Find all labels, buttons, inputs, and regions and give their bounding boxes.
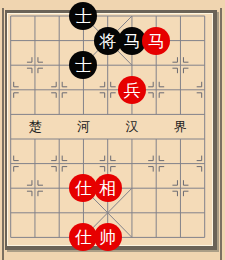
red-帅-piece[interactable]: 帅 <box>96 225 120 250</box>
piece-disc[interactable]: 士 <box>69 51 97 79</box>
piece-disc[interactable]: 士 <box>69 2 97 30</box>
piece-disc[interactable]: 相 <box>94 174 122 202</box>
piece-disc[interactable]: 帅 <box>94 223 122 251</box>
xiangqi-board-screenshot: 楚 河 汉 界 士将马马士兵仕相仕帅 <box>0 0 225 260</box>
piece-disc[interactable]: 兵 <box>118 76 146 104</box>
black-士-piece[interactable]: 士 <box>71 53 95 78</box>
red-仕-piece[interactable]: 仕 <box>71 225 95 250</box>
black-马-piece[interactable]: 马 <box>120 28 144 53</box>
black-将-piece[interactable]: 将 <box>96 28 120 53</box>
red-马-piece[interactable]: 马 <box>144 28 168 53</box>
red-相-piece[interactable]: 相 <box>96 176 120 201</box>
red-兵-piece[interactable]: 兵 <box>120 77 144 102</box>
piece-disc[interactable]: 马 <box>142 27 170 55</box>
red-仕-piece[interactable]: 仕 <box>71 176 95 201</box>
window-edge-right <box>220 8 222 260</box>
black-士-piece[interactable]: 士 <box>71 4 95 29</box>
pieces-layer: 士将马马士兵仕相仕帅 <box>0 4 217 250</box>
